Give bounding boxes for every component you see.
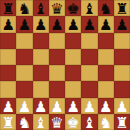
square-g7[interactable]: ♟ [98, 16, 114, 32]
square-b6[interactable] [16, 33, 32, 49]
square-g3[interactable] [98, 81, 114, 97]
square-b7[interactable]: ♟ [16, 16, 32, 32]
square-h8[interactable]: ♜ [114, 0, 130, 16]
square-d6[interactable] [49, 33, 65, 49]
square-b8[interactable]: ♞ [16, 0, 32, 16]
piece-white-pawn[interactable]: ♟ [66, 98, 79, 114]
piece-black-pawn[interactable]: ♟ [18, 17, 31, 33]
square-a6[interactable] [0, 33, 16, 49]
piece-white-king[interactable]: ♚ [66, 114, 79, 130]
square-e7[interactable]: ♟ [65, 16, 81, 32]
square-d4[interactable] [49, 65, 65, 81]
square-a8[interactable]: ♜ [0, 0, 16, 16]
piece-white-pawn[interactable]: ♟ [115, 98, 128, 114]
square-h4[interactable] [114, 65, 130, 81]
piece-black-pawn[interactable]: ♟ [50, 17, 63, 33]
piece-black-bishop[interactable]: ♝ [34, 1, 47, 17]
square-h7[interactable]: ♟ [114, 16, 130, 32]
square-f6[interactable] [81, 33, 97, 49]
square-d8[interactable]: ♛ [49, 0, 65, 16]
piece-white-pawn[interactable]: ♟ [18, 98, 31, 114]
piece-white-knight[interactable]: ♞ [99, 114, 112, 130]
square-g1[interactable]: ♞ [98, 114, 114, 130]
square-b3[interactable] [16, 81, 32, 97]
piece-black-pawn[interactable]: ♟ [83, 17, 96, 33]
piece-black-knight[interactable]: ♞ [99, 1, 112, 17]
piece-white-bishop[interactable]: ♝ [83, 114, 96, 130]
square-c8[interactable]: ♝ [33, 0, 49, 16]
piece-white-queen[interactable]: ♛ [50, 114, 63, 130]
square-h1[interactable]: ♜ [114, 114, 130, 130]
square-f5[interactable] [81, 49, 97, 65]
square-b2[interactable]: ♟ [16, 98, 32, 114]
square-g6[interactable] [98, 33, 114, 49]
piece-white-pawn[interactable]: ♟ [83, 98, 96, 114]
piece-black-pawn[interactable]: ♟ [34, 17, 47, 33]
square-g8[interactable]: ♞ [98, 0, 114, 16]
square-c5[interactable] [33, 49, 49, 65]
square-c6[interactable] [33, 33, 49, 49]
square-d5[interactable] [49, 49, 65, 65]
piece-black-knight[interactable]: ♞ [18, 1, 31, 17]
square-a2[interactable]: ♟ [0, 98, 16, 114]
square-d1[interactable]: ♛ [49, 114, 65, 130]
piece-black-king[interactable]: ♚ [66, 1, 79, 17]
square-g5[interactable] [98, 49, 114, 65]
square-e5[interactable] [65, 49, 81, 65]
piece-white-rook[interactable]: ♜ [1, 114, 14, 130]
square-f3[interactable] [81, 81, 97, 97]
square-e3[interactable] [65, 81, 81, 97]
square-b5[interactable] [16, 49, 32, 65]
piece-white-rook[interactable]: ♜ [115, 114, 128, 130]
square-f8[interactable]: ♝ [81, 0, 97, 16]
square-f2[interactable]: ♟ [81, 98, 97, 114]
piece-black-pawn[interactable]: ♟ [115, 17, 128, 33]
square-e4[interactable] [65, 65, 81, 81]
square-e1[interactable]: ♚ [65, 114, 81, 130]
piece-white-pawn[interactable]: ♟ [99, 98, 112, 114]
square-a5[interactable] [0, 49, 16, 65]
square-c1[interactable]: ♝ [33, 114, 49, 130]
square-h2[interactable]: ♟ [114, 98, 130, 114]
piece-white-bishop[interactable]: ♝ [34, 114, 47, 130]
square-d7[interactable]: ♟ [49, 16, 65, 32]
piece-white-pawn[interactable]: ♟ [1, 98, 14, 114]
square-f7[interactable]: ♟ [81, 16, 97, 32]
square-h5[interactable] [114, 49, 130, 65]
square-c4[interactable] [33, 65, 49, 81]
square-d3[interactable] [49, 81, 65, 97]
square-a1[interactable]: ♜ [0, 114, 16, 130]
square-e6[interactable] [65, 33, 81, 49]
square-b1[interactable]: ♞ [16, 114, 32, 130]
square-h3[interactable] [114, 81, 130, 97]
piece-black-pawn[interactable]: ♟ [1, 17, 14, 33]
piece-white-pawn[interactable]: ♟ [50, 98, 63, 114]
piece-black-rook[interactable]: ♜ [1, 1, 14, 17]
square-g4[interactable] [98, 65, 114, 81]
square-a7[interactable]: ♟ [0, 16, 16, 32]
square-e8[interactable]: ♚ [65, 0, 81, 16]
square-a4[interactable] [0, 65, 16, 81]
square-c3[interactable] [33, 81, 49, 97]
piece-black-pawn[interactable]: ♟ [99, 17, 112, 33]
square-c2[interactable]: ♟ [33, 98, 49, 114]
piece-black-pawn[interactable]: ♟ [66, 17, 79, 33]
piece-white-knight[interactable]: ♞ [18, 114, 31, 130]
chess-board: ♜♞♝♛♚♝♞♜♟♟♟♟♟♟♟♟♟♟♟♟♟♟♟♟♜♞♝♛♚♝♞♜ [0, 0, 130, 130]
square-c7[interactable]: ♟ [33, 16, 49, 32]
square-f1[interactable]: ♝ [81, 114, 97, 130]
square-a3[interactable] [0, 81, 16, 97]
piece-white-pawn[interactable]: ♟ [34, 98, 47, 114]
piece-black-bishop[interactable]: ♝ [83, 1, 96, 17]
piece-black-queen[interactable]: ♛ [50, 1, 63, 17]
piece-black-rook[interactable]: ♜ [115, 1, 128, 17]
square-b4[interactable] [16, 65, 32, 81]
square-d2[interactable]: ♟ [49, 98, 65, 114]
square-h6[interactable] [114, 33, 130, 49]
square-g2[interactable]: ♟ [98, 98, 114, 114]
square-e2[interactable]: ♟ [65, 98, 81, 114]
square-f4[interactable] [81, 65, 97, 81]
